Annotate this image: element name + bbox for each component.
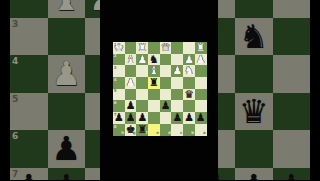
bg-square-a3: [273, 18, 311, 56]
piece-white-rook: ♜: [136, 42, 148, 54]
square-e5: [148, 89, 160, 101]
piece-white-queen: ♛: [160, 42, 172, 54]
piece-black-pawn: ♟: [195, 112, 207, 124]
piece-white-pawn: ♟: [171, 65, 183, 77]
piece-black-pawn: ♟: [171, 112, 183, 124]
bg-piece-black-knight: ♞: [235, 18, 273, 56]
bg-square-g3: [48, 18, 86, 56]
square-e6: [148, 100, 160, 112]
piece-white-pawn: ♟: [125, 77, 137, 89]
square-a5: [195, 89, 207, 101]
bg-rank-label: 6: [12, 131, 18, 141]
bg-rank-label: 3: [12, 19, 18, 29]
bg-piece-white-pawn: ♟: [48, 55, 86, 93]
bg-square-g5: [48, 93, 86, 131]
piece-black-king: ♚: [125, 124, 137, 136]
square-c5: [171, 89, 183, 101]
bg-piece-white-bishop: ♝: [48, 0, 86, 18]
file-coordinate: c: [180, 131, 182, 135]
square-d8: d: [160, 124, 172, 136]
piece-white-knight: ♞: [183, 65, 195, 77]
bg-rank-label: 5: [12, 94, 18, 104]
square-a4: [195, 77, 207, 89]
square-h8: 8h: [113, 124, 125, 136]
right-letterbox-bar: [310, 0, 320, 180]
piece-black-pawn: ♟: [183, 112, 195, 124]
file-coordinate: a: [203, 131, 206, 135]
bg-piece-black-queen: ♛: [235, 93, 273, 131]
piece-black-rook: ♜: [136, 124, 148, 136]
rank-coordinate: 2: [114, 54, 117, 58]
bg-square-a6: [273, 130, 311, 168]
square-e8: e: [148, 124, 160, 136]
square-b1: [183, 42, 195, 54]
bg-square-b6: [235, 130, 273, 168]
piece-black-pawn: ♟: [113, 112, 125, 124]
video-frame[interactable]: 34567♝♟♟♟♟♟♟♞♛♟♟♟ 12345678hgfedcba♚♜♛♜♝♟…: [0, 0, 320, 180]
square-g1: [125, 42, 137, 54]
square-f3: [136, 65, 148, 77]
bg-square-a5: [273, 93, 311, 131]
square-h4: 4: [113, 77, 125, 89]
file-coordinate: h: [121, 131, 124, 135]
rank-coordinate: 8: [114, 125, 117, 129]
square-h3: 3: [113, 65, 125, 77]
piece-white-king: ♚: [113, 42, 125, 54]
rank-coordinate: 5: [114, 89, 117, 93]
bg-piece-black-pawn: ♟: [273, 168, 311, 181]
square-e7: [148, 112, 160, 124]
bg-square-h2: [10, 0, 48, 18]
square-d4: [160, 77, 172, 89]
bg-square-b4: [235, 55, 273, 93]
bg-piece-black-pawn: ♟: [235, 168, 273, 181]
rank-coordinate: 4: [114, 78, 117, 82]
bg-square-h6: 6: [10, 130, 48, 168]
rank-coordinate: 3: [114, 66, 117, 70]
piece-black-rook: ♜: [148, 77, 160, 89]
square-h5: 5: [113, 89, 125, 101]
bg-piece-black-pawn: ♟: [10, 168, 48, 181]
piece-white-rook: ♜: [195, 42, 207, 54]
piece-white-bishop: ♝: [125, 54, 137, 66]
square-f5: [136, 89, 148, 101]
square-d3: [160, 65, 172, 77]
square-a3: [195, 65, 207, 77]
bg-rank-label: 4: [12, 56, 18, 66]
square-b8: b: [183, 124, 195, 136]
bg-square-a2: [273, 0, 311, 18]
bg-square-h4: 4: [10, 55, 48, 93]
piece-black-queen: ♛: [183, 89, 195, 101]
piece-white-pawn: ♟: [195, 54, 207, 66]
bg-square-h3: 3: [10, 18, 48, 56]
square-e1: [148, 42, 160, 54]
file-coordinate: e: [156, 131, 159, 135]
bg-square-b2: [235, 0, 273, 18]
piece-white-pawn: ♟: [136, 54, 148, 66]
square-c8: c: [171, 124, 183, 136]
left-letterbox-bar: [0, 0, 10, 180]
bg-square-h5: 5: [10, 93, 48, 131]
square-b4: [183, 77, 195, 89]
bg-piece-black-pawn: ♟: [48, 130, 86, 168]
chess-board[interactable]: 12345678hgfedcba♚♜♛♜♝♟♞♟♟♝♟♞♟♜♛♟♟♟♟♟♟♟♟♚…: [113, 42, 207, 136]
square-h2: 2: [113, 54, 125, 66]
file-coordinate: b: [191, 131, 194, 135]
rank-coordinate: 6: [114, 101, 117, 105]
piece-black-pawn: ♟: [160, 100, 172, 112]
bg-piece-black-pawn: ♟: [48, 168, 86, 181]
bg-square-a4: [273, 55, 311, 93]
square-f4: [136, 77, 148, 89]
square-d2: [160, 54, 172, 66]
square-c4: [171, 77, 183, 89]
file-coordinate: d: [168, 131, 171, 135]
square-c1: [171, 42, 183, 54]
square-d7: [160, 112, 172, 124]
square-a8: a: [195, 124, 207, 136]
